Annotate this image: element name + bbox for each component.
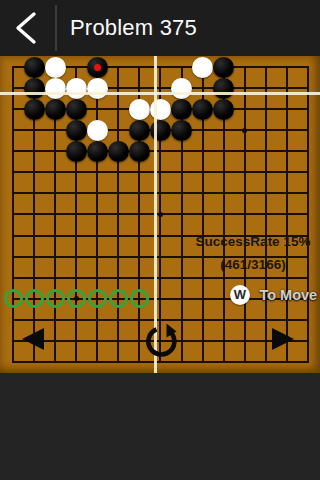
- app-root: Problem 375 SuccessRate 15% (461/3166) W…: [0, 0, 320, 480]
- stone-black: [66, 120, 87, 141]
- stone-white: [192, 57, 213, 78]
- refresh-button[interactable]: [141, 319, 183, 361]
- stone-black: [45, 99, 66, 120]
- hint-marker: [46, 289, 65, 308]
- stone-black: [66, 99, 87, 120]
- stone-black: [213, 57, 234, 78]
- stone-black: [87, 57, 108, 78]
- hint-marker: [88, 289, 107, 308]
- success-rate-text: SuccessRate 15%: [190, 234, 316, 249]
- header-divider: [55, 5, 57, 51]
- last-move-dot: [94, 64, 101, 71]
- stone-black: [108, 141, 129, 162]
- chevron-left-icon: [12, 11, 42, 45]
- stone-black: [24, 57, 45, 78]
- hint-marker: [4, 289, 23, 308]
- prev-button[interactable]: [22, 328, 44, 350]
- stone-black: [24, 78, 45, 99]
- page-title: Problem 375: [70, 0, 197, 56]
- stone-black: [171, 99, 192, 120]
- header: Problem 375: [0, 0, 320, 56]
- stone-black: [24, 99, 45, 120]
- to-move-label: To Move: [259, 287, 317, 303]
- stone-black: [171, 120, 192, 141]
- to-move-color-badge: W: [230, 285, 250, 305]
- stone-white: [45, 78, 66, 99]
- back-button[interactable]: [0, 0, 54, 56]
- stone-black: [87, 141, 108, 162]
- stone-black: [129, 141, 150, 162]
- stats-block: SuccessRate 15% (461/3166): [190, 234, 316, 272]
- crosshair-horizontal-line: [0, 92, 320, 95]
- stone-black: [213, 78, 234, 99]
- stone-white: [87, 78, 108, 99]
- restart-icon: [141, 319, 183, 361]
- stone-black: [66, 141, 87, 162]
- hint-marker: [109, 289, 128, 308]
- attempts-text: (461/3166): [190, 257, 316, 272]
- stone-white: [171, 78, 192, 99]
- stone-white: [129, 99, 150, 120]
- stone-black: [192, 99, 213, 120]
- stone-black: [129, 120, 150, 141]
- stone-white: [66, 78, 87, 99]
- stone-white: [87, 120, 108, 141]
- hint-marker: [67, 289, 86, 308]
- stone-white: [45, 57, 66, 78]
- hint-marker: [25, 289, 44, 308]
- to-move-indicator: W To Move: [230, 285, 317, 305]
- hint-marker: [130, 289, 149, 308]
- next-button[interactable]: [272, 328, 294, 350]
- stone-black: [213, 99, 234, 120]
